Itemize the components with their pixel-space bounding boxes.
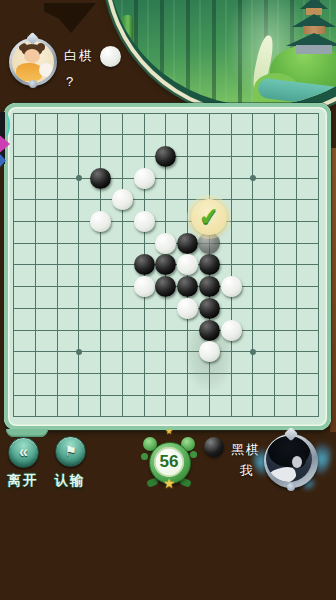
stone-black [199,298,220,319]
grid-line [13,351,319,352]
timer-seconds: 56 [154,447,184,477]
stone-white [221,276,242,297]
game-screen: ✔ 白棋 ? « 离开 ⚑ 认输 ★ 56 ★ 黑棋 我 [0,0,336,600]
black-stone-icon [204,437,224,457]
stone-black [155,276,176,297]
player-avatar[interactable] [262,432,320,490]
stone-black [90,168,111,189]
grid-line [13,373,319,374]
stone-white [134,211,155,232]
leave-button[interactable]: « [8,437,39,468]
avatar-badge [29,80,37,88]
star-point [76,349,83,356]
player-avatar-image [266,436,312,482]
opponent-avatar-image [12,41,54,83]
double-chevron-left-icon: « [19,443,28,460]
stone-white [199,341,220,362]
grid-line [13,134,319,135]
star-point [250,175,257,182]
leave-button-label: 离开 [2,472,44,490]
stone-black [177,276,198,297]
stone-white [221,320,242,341]
stone-white [177,254,198,275]
gomoku-board[interactable]: ✔ [4,103,331,430]
grid-line [13,308,319,309]
grid-line [13,113,319,114]
stone-white [134,168,155,189]
opponent-name-label: 白棋 [64,47,94,65]
stone-white [90,211,111,232]
star-point [76,175,83,182]
grid-line [13,199,319,200]
stone-white [112,189,133,210]
grid-line [13,416,319,417]
avatar-badge [287,483,295,491]
flag-icon: ⚑ [64,443,77,459]
opponent-rating: ? [66,74,73,89]
grid-line [13,221,319,222]
pagoda-icon [286,0,336,55]
board-grid[interactable]: ✔ [4,103,331,430]
stone-white [155,233,176,254]
grid-line [13,395,319,396]
stone-white [134,276,155,297]
stone-black [199,276,220,297]
stone-black [199,320,220,341]
resign-button[interactable]: ⚑ [55,436,86,467]
resign-button-label: 认输 [49,472,91,490]
stone-black [134,254,155,275]
grid-line [13,178,319,179]
stone-black [155,254,176,275]
grid-line [13,330,319,331]
player-me-label: 我 [240,462,255,480]
stone-white [177,298,198,319]
confirm-move-button[interactable]: ✔ [191,199,227,235]
clock-star-icon: ★ [161,475,177,491]
stone-black [199,254,220,275]
board-edge-tab [6,429,48,437]
clock-star-icon: ★ [163,426,175,436]
checkmark-icon: ✔ [197,198,221,236]
opponent-avatar[interactable] [9,38,57,86]
move-timer-clock: ★ 56 ★ [145,429,193,491]
star-point [250,349,257,356]
stone-black [155,146,176,167]
stone-black [177,233,198,254]
white-stone-icon [100,46,121,67]
